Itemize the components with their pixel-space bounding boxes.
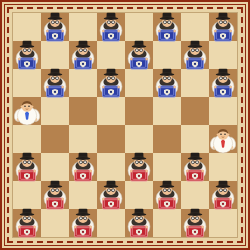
- square-r3c4[interactable]: [97, 69, 125, 97]
- square-r2c5[interactable]: [125, 41, 153, 69]
- square-r3c7: [181, 69, 209, 97]
- piece-blue-man[interactable]: [126, 40, 152, 70]
- piece-red-man[interactable]: [98, 180, 124, 210]
- square-r7c7: [181, 181, 209, 209]
- square-r4c2: [41, 97, 69, 125]
- square-r3c6[interactable]: [153, 69, 181, 97]
- piece-blue-man[interactable]: [182, 40, 208, 70]
- piece-red-man[interactable]: [210, 180, 236, 210]
- square-r7c2[interactable]: [41, 181, 69, 209]
- square-r5c7: [181, 125, 209, 153]
- square-r6c1[interactable]: [13, 153, 41, 181]
- square-r8c8: [209, 209, 237, 237]
- piece-red-man[interactable]: [70, 152, 96, 182]
- square-r7c5: [125, 181, 153, 209]
- piece-blue-man[interactable]: [98, 12, 124, 42]
- piece-blue-man[interactable]: [210, 12, 236, 42]
- square-r5c2[interactable]: [41, 125, 69, 153]
- checkers-app: [0, 0, 250, 250]
- square-r8c2: [41, 209, 69, 237]
- square-r3c5: [125, 69, 153, 97]
- square-r2c8: [209, 41, 237, 69]
- square-r2c6: [153, 41, 181, 69]
- square-r8c3[interactable]: [69, 209, 97, 237]
- piece-red-man[interactable]: [70, 208, 96, 238]
- square-r2c2: [41, 41, 69, 69]
- piece-red-man[interactable]: [154, 180, 180, 210]
- square-r2c1[interactable]: [13, 41, 41, 69]
- square-r4c5[interactable]: [125, 97, 153, 125]
- square-r3c8[interactable]: [209, 69, 237, 97]
- piece-white-boss-blue-tie[interactable]: [14, 96, 40, 126]
- square-r5c8[interactable]: [209, 125, 237, 153]
- checkers-board: [13, 13, 237, 237]
- square-r5c6[interactable]: [153, 125, 181, 153]
- square-r1c2[interactable]: [41, 13, 69, 41]
- square-r8c5[interactable]: [125, 209, 153, 237]
- square-r1c3: [69, 13, 97, 41]
- piece-white-boss-red-tie[interactable]: [210, 124, 236, 154]
- square-r6c3[interactable]: [69, 153, 97, 181]
- square-r5c5: [125, 125, 153, 153]
- square-r4c8: [209, 97, 237, 125]
- square-r6c5[interactable]: [125, 153, 153, 181]
- square-r6c4: [97, 153, 125, 181]
- piece-red-man[interactable]: [14, 152, 40, 182]
- square-r4c7[interactable]: [181, 97, 209, 125]
- square-r5c1: [13, 125, 41, 153]
- piece-red-man[interactable]: [182, 208, 208, 238]
- piece-blue-man[interactable]: [42, 68, 68, 98]
- square-r3c3: [69, 69, 97, 97]
- square-r3c1: [13, 69, 41, 97]
- square-r6c7[interactable]: [181, 153, 209, 181]
- piece-red-man[interactable]: [126, 152, 152, 182]
- square-r1c7: [181, 13, 209, 41]
- square-r4c4: [97, 97, 125, 125]
- piece-red-man[interactable]: [14, 208, 40, 238]
- square-r1c8[interactable]: [209, 13, 237, 41]
- square-r8c4: [97, 209, 125, 237]
- square-r2c4: [97, 41, 125, 69]
- square-r8c1[interactable]: [13, 209, 41, 237]
- square-r6c8: [209, 153, 237, 181]
- square-r1c1: [13, 13, 41, 41]
- piece-blue-man[interactable]: [210, 68, 236, 98]
- square-r4c3[interactable]: [69, 97, 97, 125]
- square-r1c5: [125, 13, 153, 41]
- piece-red-man[interactable]: [42, 180, 68, 210]
- piece-blue-man[interactable]: [154, 12, 180, 42]
- square-r1c6[interactable]: [153, 13, 181, 41]
- square-r7c4[interactable]: [97, 181, 125, 209]
- piece-blue-man[interactable]: [14, 40, 40, 70]
- piece-blue-man[interactable]: [70, 40, 96, 70]
- square-r2c3[interactable]: [69, 41, 97, 69]
- square-r4c6: [153, 97, 181, 125]
- square-r7c8[interactable]: [209, 181, 237, 209]
- piece-blue-man[interactable]: [98, 68, 124, 98]
- square-r4c1[interactable]: [13, 97, 41, 125]
- square-r8c7[interactable]: [181, 209, 209, 237]
- square-r7c3: [69, 181, 97, 209]
- piece-red-man[interactable]: [126, 208, 152, 238]
- square-r1c4[interactable]: [97, 13, 125, 41]
- piece-red-man[interactable]: [182, 152, 208, 182]
- piece-blue-man[interactable]: [42, 12, 68, 42]
- square-r5c3: [69, 125, 97, 153]
- square-r7c1: [13, 181, 41, 209]
- square-r6c6: [153, 153, 181, 181]
- square-r6c2: [41, 153, 69, 181]
- piece-blue-man[interactable]: [154, 68, 180, 98]
- square-r8c6: [153, 209, 181, 237]
- square-r7c6[interactable]: [153, 181, 181, 209]
- square-r3c2[interactable]: [41, 69, 69, 97]
- square-r2c7[interactable]: [181, 41, 209, 69]
- square-r5c4[interactable]: [97, 125, 125, 153]
